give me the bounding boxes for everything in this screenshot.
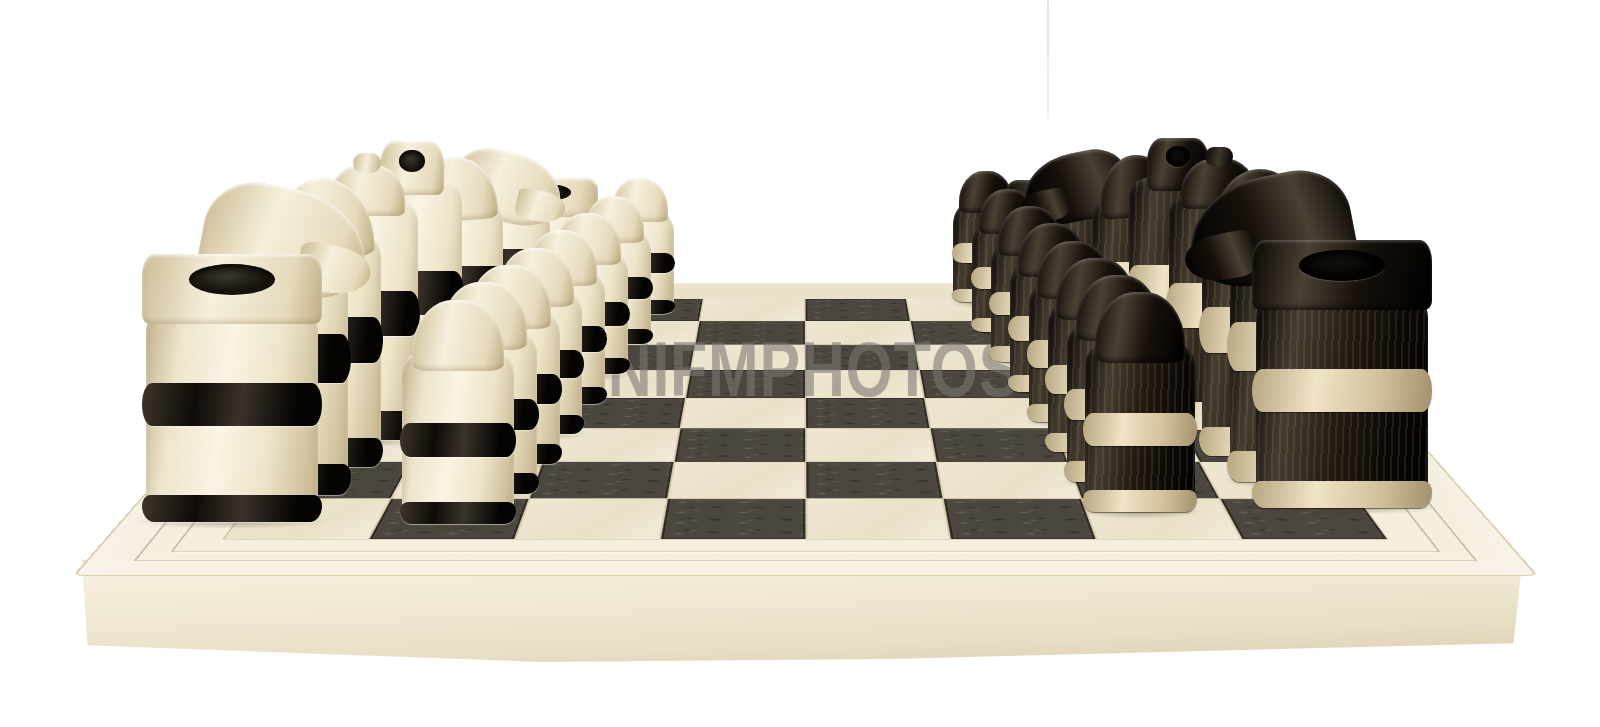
glaze-band [142, 383, 322, 426]
glaze-band [1252, 369, 1432, 412]
glaze-band [400, 423, 517, 457]
base-band [1252, 481, 1432, 508]
rook-top [142, 254, 322, 324]
piece-white-rook-h1: ♖ [134, 254, 330, 522]
hollow-top [1299, 250, 1386, 281]
rook-top [1252, 240, 1432, 310]
king-knob [353, 153, 381, 173]
piece-black-pawn-h7: ♟ [1078, 292, 1202, 512]
glaze-band [1083, 413, 1197, 446]
base-band [1083, 490, 1197, 512]
piece-black-rook-h8: ♜ [1244, 240, 1440, 508]
king-knob [1205, 147, 1232, 167]
pawn-top [1095, 292, 1184, 362]
base-band [142, 495, 322, 522]
pawn-top [412, 300, 503, 372]
base-band [400, 502, 517, 524]
hollow-top [189, 264, 276, 295]
pieces-layer: ♖♘♗♕♔♗♘♖♙♙♙♙♙♙♙♙♜♞♝♛♚♝♞♜♟♟♟♟♟♟♟♟ [0, 0, 1600, 727]
photo-canvas: UNIFMPHOTOS ♖♘♗♕♔♗♘♖♙♙♙♙♙♙♙♙♜♞♝♛♚♝♞♜♟♟♟♟… [0, 0, 1600, 727]
piece-white-pawn-h2: ♙ [395, 300, 522, 525]
